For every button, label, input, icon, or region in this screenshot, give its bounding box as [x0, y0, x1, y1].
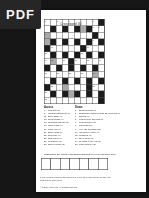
grid-cell[interactable]	[93, 52, 99, 58]
unscramble-answer-row[interactable]	[41, 158, 108, 170]
grid-cell[interactable]: 10	[51, 46, 57, 52]
block-cell	[45, 65, 51, 71]
grid-cell[interactable]	[75, 65, 81, 71]
cell-number: 20	[45, 71, 47, 74]
grid-cell[interactable]	[57, 46, 63, 52]
cell-number: 17	[75, 58, 77, 61]
block-cell	[93, 65, 99, 71]
block-cell	[63, 91, 69, 97]
down-clues: Down 2Small amount (7)3Subatomic particl…	[75, 105, 144, 146]
answer-box[interactable]	[51, 158, 61, 170]
grid-cell[interactable]	[81, 59, 87, 65]
grid-cell[interactable]	[45, 78, 51, 84]
block-cell	[99, 39, 105, 45]
grid-cell[interactable]	[63, 65, 69, 71]
block-cell	[87, 39, 93, 45]
grid-cell[interactable]	[81, 33, 87, 39]
grid-cell[interactable]	[63, 72, 69, 78]
grid-cell[interactable]	[51, 65, 57, 71]
grid-cell[interactable]: 27	[45, 91, 51, 97]
cell-number: 9	[93, 39, 94, 42]
cell-number: 23	[81, 71, 83, 74]
block-cell	[51, 78, 57, 84]
grid-cell[interactable]: 19	[99, 59, 105, 65]
grid-cell[interactable]	[69, 46, 75, 52]
grid-cell[interactable]: 26	[93, 85, 99, 91]
block-cell	[81, 46, 87, 52]
cell-number: 12	[45, 52, 47, 55]
cell-number: 6	[93, 26, 94, 29]
cell-number: 8	[45, 32, 46, 35]
grid-cell[interactable]: 25	[51, 85, 57, 91]
pdf-badge: PDF	[0, 0, 41, 29]
answer-box[interactable]	[89, 158, 99, 170]
block-cell	[87, 52, 93, 58]
page-title: Crossword 30	[60, 22, 82, 26]
block-cell	[63, 52, 69, 58]
grid-cell[interactable]	[87, 65, 93, 71]
grid-cell[interactable]	[93, 46, 99, 52]
grid-cell[interactable]	[57, 39, 63, 45]
block-cell	[81, 65, 87, 71]
grid-cell[interactable]: 6	[93, 26, 99, 32]
grid-cell[interactable]	[63, 98, 69, 104]
block-cell	[87, 26, 93, 32]
across-clue: 28Sheep sound (5)	[44, 143, 73, 146]
grid-cell[interactable]	[63, 33, 69, 39]
across-clues: Across 1Fast gait (5)8Musical instrument…	[44, 105, 73, 146]
clue-lists: Across 1Fast gait (5)8Musical instrument…	[36, 105, 146, 146]
cell-number: 5	[93, 19, 94, 22]
grid-cell[interactable]: 12	[45, 52, 51, 58]
cell-number: 10	[51, 45, 53, 48]
shaded-cell[interactable]	[63, 85, 69, 91]
grid-cell[interactable]	[57, 26, 63, 32]
cell-number: 15	[51, 58, 53, 61]
cell-number: 24	[93, 71, 95, 74]
grid-cell[interactable]: 17	[75, 59, 81, 65]
grid-cell[interactable]	[81, 39, 87, 45]
grid-cell[interactable]: 9	[93, 39, 99, 45]
grid-cell[interactable]	[69, 33, 75, 39]
block-cell	[45, 46, 51, 52]
grid-cell[interactable]	[87, 72, 93, 78]
grid-cell[interactable]	[69, 85, 75, 91]
shaded-cell[interactable]: 8	[45, 33, 51, 39]
cell-number: 25	[51, 84, 53, 87]
block-cell	[75, 52, 81, 58]
cell-number: 13	[81, 52, 83, 55]
answer-box[interactable]	[60, 158, 70, 170]
shaded-cell[interactable]: 24	[93, 72, 99, 78]
grid-cell[interactable]: 5	[93, 20, 99, 26]
grid-cell[interactable]	[81, 98, 87, 104]
grid-cell[interactable]	[57, 98, 63, 104]
grid-cell[interactable]	[69, 98, 75, 104]
grid-cell[interactable]	[81, 85, 87, 91]
grid-cell[interactable]	[99, 46, 105, 52]
grid-cell[interactable]: 16	[63, 59, 69, 65]
cell-number: 26	[93, 84, 95, 87]
grid-cell[interactable]	[99, 33, 105, 39]
grid-cell[interactable]	[45, 26, 51, 32]
cell-number: 11	[87, 45, 89, 48]
footer-promo: If you like these puzzles and would like…	[40, 176, 143, 181]
grid-cell[interactable]	[75, 85, 81, 91]
answer-box[interactable]	[98, 158, 108, 170]
block-cell	[99, 78, 105, 84]
grid-cell[interactable]	[81, 91, 87, 97]
cell-number: 18	[87, 58, 89, 61]
block-cell	[45, 85, 51, 91]
down-clue: 18Total disorder (5)	[75, 143, 144, 146]
grid-cell[interactable]	[57, 52, 63, 58]
unscramble-instruction: Unscramble the letters in the shaded squ…	[44, 153, 139, 156]
block-cell	[75, 39, 81, 45]
answer-box[interactable]	[79, 158, 89, 170]
crossword-grid[interactable]: 1234567891011121314151617181920212223242…	[44, 19, 105, 104]
grid-cell[interactable]	[75, 98, 81, 104]
cell-number: 21	[57, 71, 59, 74]
grid-cell[interactable]: 21	[57, 72, 63, 78]
block-cell	[75, 78, 81, 84]
block-cell	[51, 52, 57, 58]
clue-text: Sheep sound (5)	[48, 143, 73, 146]
block-cell	[63, 39, 69, 45]
grid-cell[interactable]: 22	[69, 72, 75, 78]
block-cell	[63, 78, 69, 84]
grid-cell[interactable]	[57, 33, 63, 39]
grid-cell[interactable]	[75, 72, 81, 78]
shaded-cell[interactable]	[81, 26, 87, 32]
footer-promo-link[interactable]: www.puzzle-book.co.uk	[40, 179, 143, 182]
grid-cell[interactable]: 1	[45, 20, 51, 26]
puzzle-page: Crossword 30 123456789101112131415161718…	[36, 10, 146, 192]
grid-cell[interactable]	[93, 78, 99, 84]
across-header: Across	[44, 105, 73, 108]
grid-cell[interactable]	[93, 59, 99, 65]
block-cell	[87, 78, 93, 84]
grid-cell[interactable]	[87, 33, 93, 39]
block-cell	[69, 65, 75, 71]
down-list: 2Small amount (7)3Subatomic particles su…	[75, 109, 144, 146]
cell-number: 7	[99, 26, 100, 29]
pdf-badge-label: PDF	[6, 7, 35, 23]
grid-cell[interactable]: 11	[87, 46, 93, 52]
block-cell	[51, 26, 57, 32]
viewer-stage: PDF Crossword 30 12345678910111213141516…	[0, 0, 149, 198]
grid-cell[interactable]	[69, 26, 75, 32]
grid-cell[interactable]: 18	[87, 59, 93, 65]
down-header: Down	[75, 105, 144, 108]
cell-number: 14	[45, 58, 47, 61]
grid-cell[interactable]	[99, 65, 105, 71]
block-cell	[75, 91, 81, 97]
block-cell	[99, 20, 105, 26]
cell-number: 16	[63, 58, 65, 61]
block-cell	[93, 33, 99, 39]
grid-cell[interactable]	[69, 52, 75, 58]
grid-cell[interactable]	[57, 85, 63, 91]
answer-box[interactable]	[41, 158, 51, 170]
grid-cell[interactable]: 28	[45, 98, 51, 104]
grid-cell[interactable]	[63, 46, 69, 52]
grid-cell[interactable]: 7	[99, 26, 105, 32]
grid-cell[interactable]	[93, 98, 99, 104]
block-cell	[51, 91, 57, 97]
block-cell	[57, 65, 63, 71]
grid-cell[interactable]	[57, 59, 63, 65]
block-cell	[99, 98, 105, 104]
cell-number: 1	[45, 19, 46, 22]
grid-cell[interactable]: 23	[81, 72, 87, 78]
grid-cell[interactable]	[75, 33, 81, 39]
block-cell	[69, 59, 75, 65]
grid-cell[interactable]	[69, 39, 75, 45]
grid-cell[interactable]	[81, 78, 87, 84]
grid-cell[interactable]	[57, 78, 63, 84]
across-list: 1Fast gait (5)8Musical instrument (5)11D…	[44, 109, 73, 146]
grid-cell[interactable]	[99, 72, 105, 78]
grid-cell[interactable]	[93, 91, 99, 97]
grid-cell[interactable]	[51, 20, 57, 26]
grid-cell[interactable]	[51, 72, 57, 78]
shaded-cell[interactable]	[69, 91, 75, 97]
shaded-cell[interactable]: 15	[51, 59, 57, 65]
cell-number: 27	[45, 91, 47, 94]
shaded-cell[interactable]	[45, 39, 51, 45]
block-cell	[87, 91, 93, 97]
block-cell	[75, 26, 81, 32]
cell-number: 22	[69, 71, 71, 74]
grid-cell[interactable]: 14	[45, 59, 51, 65]
grid-cell[interactable]	[99, 85, 105, 91]
block-cell	[87, 85, 93, 91]
cell-number: 2	[57, 19, 58, 22]
footer-copyright: © Clarity Media Ltd. All Rights Reserved	[40, 186, 143, 189]
grid-cell[interactable]	[51, 33, 57, 39]
grid-cell[interactable]	[75, 46, 81, 52]
grid-cell[interactable]	[87, 98, 93, 104]
block-cell	[63, 26, 69, 32]
grid-cell[interactable]	[57, 91, 63, 97]
block-cell	[99, 52, 105, 58]
grid-cell[interactable]: 20	[45, 72, 51, 78]
cell-number: 28	[45, 97, 47, 100]
cell-number: 19	[99, 58, 101, 61]
answer-box[interactable]	[70, 158, 80, 170]
clue-text: Total disorder (5)	[79, 143, 144, 146]
grid-cell[interactable]	[51, 98, 57, 104]
grid-cell[interactable]	[69, 78, 75, 84]
grid-cell[interactable]: 13	[81, 52, 87, 58]
grid-cell[interactable]	[87, 20, 93, 26]
block-cell	[51, 39, 57, 45]
block-cell	[99, 91, 105, 97]
